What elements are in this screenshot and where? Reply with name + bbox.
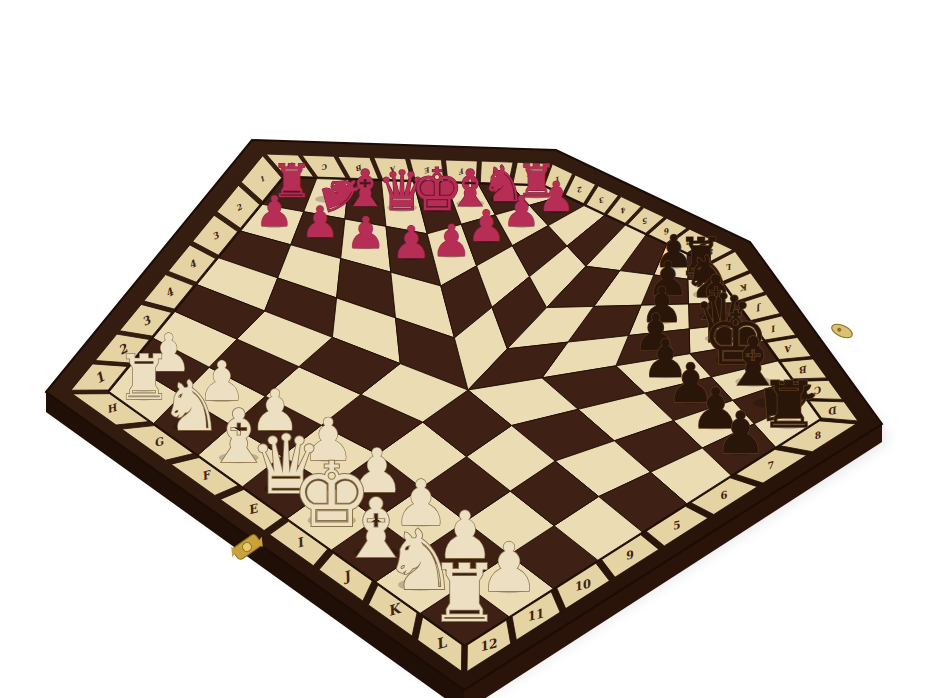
photo-stage: 12344321DCBAEFGH12345678LKJIABCD12111095… xyxy=(0,0,930,698)
piece-red-p[interactable]: ♟ xyxy=(346,207,385,258)
piece-red-p[interactable]: ♟ xyxy=(255,187,293,236)
brass-hinge xyxy=(830,322,855,341)
piece-red-p[interactable]: ♟ xyxy=(502,187,540,236)
piece-red-p[interactable]: ♟ xyxy=(538,173,575,221)
piece-white-r[interactable]: ♜ xyxy=(429,547,500,640)
piece-black-p[interactable]: ♟ xyxy=(715,399,767,467)
piece-red-p[interactable]: ♟ xyxy=(391,217,431,268)
three-player-chess-board: 12344321DCBAEFGH12345678LKJIABCD12111095… xyxy=(0,0,930,698)
piece-red-p[interactable]: ♟ xyxy=(467,201,506,251)
piece-black-r[interactable]: ♜ xyxy=(760,367,818,442)
piece-red-p[interactable]: ♟ xyxy=(301,197,339,247)
piece-red-p[interactable]: ♟ xyxy=(432,215,472,266)
